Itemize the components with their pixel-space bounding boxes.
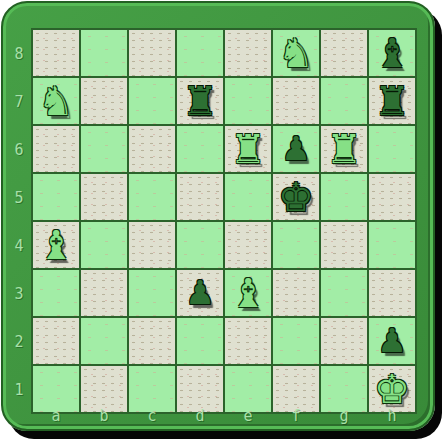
square-b1[interactable]	[81, 366, 127, 412]
rank-label-4: 4	[9, 236, 29, 256]
piece-dark-pawn[interactable]: ♟	[377, 318, 407, 364]
square-a7[interactable]: ♞	[33, 78, 79, 124]
square-f1[interactable]	[273, 366, 319, 412]
file-label-h: h	[384, 407, 400, 425]
square-b3[interactable]	[81, 270, 127, 316]
square-b5[interactable]	[81, 174, 127, 220]
file-label-d: d	[192, 407, 208, 425]
piece-light-bishop[interactable]: ♝	[38, 222, 74, 268]
square-e7[interactable]	[225, 78, 271, 124]
square-b7[interactable]	[81, 78, 127, 124]
rank-label-2: 2	[9, 332, 29, 352]
square-c6[interactable]	[129, 126, 175, 172]
square-a4[interactable]: ♝	[33, 222, 79, 268]
square-h1[interactable]: ♚	[369, 366, 415, 412]
rank-label-8: 8	[9, 44, 29, 64]
rank-label-5: 5	[9, 188, 29, 208]
square-c1[interactable]	[129, 366, 175, 412]
square-g4[interactable]	[321, 222, 367, 268]
file-label-a: a	[48, 407, 64, 425]
rank-label-7: 7	[9, 92, 29, 112]
square-e5[interactable]	[225, 174, 271, 220]
square-b4[interactable]	[81, 222, 127, 268]
square-h8[interactable]: ♝	[369, 30, 415, 76]
file-label-g: g	[336, 407, 352, 425]
square-d1[interactable]	[177, 366, 223, 412]
rank-label-3: 3	[9, 284, 29, 304]
piece-light-bishop[interactable]: ♝	[230, 270, 266, 316]
file-label-b: b	[96, 407, 112, 425]
square-h6[interactable]	[369, 126, 415, 172]
square-b8[interactable]	[81, 30, 127, 76]
square-h4[interactable]	[369, 222, 415, 268]
square-d4[interactable]	[177, 222, 223, 268]
square-a2[interactable]	[33, 318, 79, 364]
square-c8[interactable]	[129, 30, 175, 76]
board-frame: ♞♝♞♜♜♜♟♜♚♝♟♝♟♚ 87654321abcdefgh	[1, 1, 435, 431]
square-h2[interactable]: ♟	[369, 318, 415, 364]
square-f4[interactable]	[273, 222, 319, 268]
file-label-f: f	[288, 407, 304, 425]
piece-light-knight[interactable]: ♞	[38, 78, 74, 124]
rank-label-6: 6	[9, 140, 29, 160]
square-d7[interactable]: ♜	[177, 78, 223, 124]
piece-dark-king[interactable]: ♚	[278, 174, 314, 220]
square-a6[interactable]	[33, 126, 79, 172]
square-f8[interactable]: ♞	[273, 30, 319, 76]
piece-light-knight[interactable]: ♞	[278, 30, 314, 76]
square-d5[interactable]	[177, 174, 223, 220]
square-b6[interactable]	[81, 126, 127, 172]
square-g3[interactable]	[321, 270, 367, 316]
square-f3[interactable]	[273, 270, 319, 316]
square-d6[interactable]	[177, 126, 223, 172]
square-c7[interactable]	[129, 78, 175, 124]
square-d3[interactable]: ♟	[177, 270, 223, 316]
square-g8[interactable]	[321, 30, 367, 76]
piece-dark-pawn[interactable]: ♟	[185, 270, 215, 316]
square-a1[interactable]	[33, 366, 79, 412]
file-label-e: e	[240, 407, 256, 425]
piece-light-king[interactable]: ♚	[374, 366, 410, 412]
square-c4[interactable]	[129, 222, 175, 268]
square-e4[interactable]	[225, 222, 271, 268]
piece-dark-bishop[interactable]: ♝	[374, 30, 410, 76]
file-label-c: c	[144, 407, 160, 425]
square-g5[interactable]	[321, 174, 367, 220]
piece-dark-rook[interactable]: ♜	[182, 78, 218, 124]
piece-dark-pawn[interactable]: ♟	[281, 126, 311, 172]
square-h5[interactable]	[369, 174, 415, 220]
piece-light-rook[interactable]: ♜	[326, 126, 362, 172]
square-f7[interactable]	[273, 78, 319, 124]
square-d2[interactable]	[177, 318, 223, 364]
square-e6[interactable]: ♜	[225, 126, 271, 172]
square-a5[interactable]	[33, 174, 79, 220]
board: ♞♝♞♜♜♜♟♜♚♝♟♝♟♚	[31, 28, 417, 414]
square-e3[interactable]: ♝	[225, 270, 271, 316]
square-g7[interactable]	[321, 78, 367, 124]
square-c3[interactable]	[129, 270, 175, 316]
square-e8[interactable]	[225, 30, 271, 76]
square-f2[interactable]	[273, 318, 319, 364]
square-a8[interactable]	[33, 30, 79, 76]
square-e1[interactable]	[225, 366, 271, 412]
square-b2[interactable]	[81, 318, 127, 364]
square-d8[interactable]	[177, 30, 223, 76]
square-h7[interactable]: ♜	[369, 78, 415, 124]
square-c5[interactable]	[129, 174, 175, 220]
square-f6[interactable]: ♟	[273, 126, 319, 172]
rank-label-1: 1	[9, 380, 29, 400]
square-g2[interactable]	[321, 318, 367, 364]
square-f5[interactable]: ♚	[273, 174, 319, 220]
square-h3[interactable]	[369, 270, 415, 316]
square-e2[interactable]	[225, 318, 271, 364]
square-c2[interactable]	[129, 318, 175, 364]
piece-dark-rook[interactable]: ♜	[374, 78, 410, 124]
square-a3[interactable]	[33, 270, 79, 316]
square-g1[interactable]	[321, 366, 367, 412]
square-g6[interactable]: ♜	[321, 126, 367, 172]
piece-light-rook[interactable]: ♜	[230, 126, 266, 172]
